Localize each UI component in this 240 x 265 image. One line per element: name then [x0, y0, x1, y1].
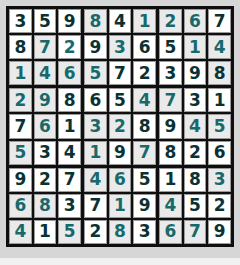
cell-r2c9[interactable]: 4	[208, 35, 231, 59]
cell-r3c6[interactable]: 2	[133, 61, 156, 85]
cell-r7c7[interactable]: 1	[159, 168, 182, 192]
cell-r4c7[interactable]: 7	[159, 88, 182, 112]
cell-r9c4[interactable]: 2	[84, 220, 107, 244]
cell-r6c6[interactable]: 7	[133, 141, 156, 165]
cell-r7c5[interactable]: 6	[109, 168, 132, 192]
cell-r2c2[interactable]: 7	[34, 35, 57, 59]
cell-r5c4[interactable]: 3	[84, 114, 107, 138]
cell-r4c2[interactable]: 9	[34, 88, 57, 112]
cell-r4c4[interactable]: 6	[84, 88, 107, 112]
cell-r3c3[interactable]: 6	[58, 61, 81, 85]
cell-r8c5[interactable]: 1	[109, 194, 132, 218]
cell-r2c1[interactable]: 8	[9, 35, 32, 59]
cell-r9c5[interactable]: 8	[109, 220, 132, 244]
sudoku-screenshot: 3598721468419365722675143982987615346543…	[0, 0, 240, 265]
box-8: 465719283	[84, 168, 156, 244]
cell-r7c4[interactable]: 4	[84, 168, 107, 192]
cell-r9c1[interactable]: 4	[9, 220, 32, 244]
cell-r1c3[interactable]: 9	[58, 9, 81, 33]
cell-r1c4[interactable]: 8	[84, 9, 107, 33]
box-4: 298761534	[9, 88, 81, 164]
cell-r2c3[interactable]: 2	[58, 35, 81, 59]
cell-r1c6[interactable]: 1	[133, 9, 156, 33]
cell-r3c5[interactable]: 7	[109, 61, 132, 85]
box-2: 841936572	[84, 9, 156, 85]
cell-r4c9[interactable]: 1	[208, 88, 231, 112]
cell-r4c6[interactable]: 4	[133, 88, 156, 112]
bottom-margin	[0, 258, 240, 265]
box-9: 183452679	[159, 168, 231, 244]
cell-r1c1[interactable]: 3	[9, 9, 32, 33]
cell-r1c5[interactable]: 4	[109, 9, 132, 33]
cell-r7c6[interactable]: 5	[133, 168, 156, 192]
cell-r9c8[interactable]: 7	[184, 220, 207, 244]
cell-r8c4[interactable]: 7	[84, 194, 107, 218]
cell-r5c5[interactable]: 2	[109, 114, 132, 138]
cell-r1c2[interactable]: 5	[34, 9, 57, 33]
cell-r8c1[interactable]: 6	[9, 194, 32, 218]
cell-r9c9[interactable]: 9	[208, 220, 231, 244]
cell-r8c7[interactable]: 4	[159, 194, 182, 218]
box-3: 267514398	[159, 9, 231, 85]
cell-r2c5[interactable]: 3	[109, 35, 132, 59]
cell-r5c1[interactable]: 7	[9, 114, 32, 138]
cell-r1c8[interactable]: 6	[184, 9, 207, 33]
cell-r8c2[interactable]: 8	[34, 194, 57, 218]
box-1: 359872146	[9, 9, 81, 85]
cell-r2c4[interactable]: 9	[84, 35, 107, 59]
box-5: 654328197	[84, 88, 156, 164]
cell-r6c3[interactable]: 4	[58, 141, 81, 165]
cell-r2c7[interactable]: 5	[159, 35, 182, 59]
cell-r2c8[interactable]: 1	[184, 35, 207, 59]
cell-r4c5[interactable]: 5	[109, 88, 132, 112]
cell-r5c8[interactable]: 4	[184, 114, 207, 138]
cell-r8c6[interactable]: 9	[133, 194, 156, 218]
cell-r8c8[interactable]: 5	[184, 194, 207, 218]
cell-r4c3[interactable]: 8	[58, 88, 81, 112]
cell-r6c5[interactable]: 9	[109, 141, 132, 165]
cell-r1c7[interactable]: 2	[159, 9, 182, 33]
cell-r6c8[interactable]: 2	[184, 141, 207, 165]
cell-r3c1[interactable]: 1	[9, 61, 32, 85]
cell-r5c3[interactable]: 1	[58, 114, 81, 138]
cell-r6c4[interactable]: 1	[84, 141, 107, 165]
cell-r7c9[interactable]: 3	[208, 168, 231, 192]
cell-r1c9[interactable]: 7	[208, 9, 231, 33]
cell-r7c8[interactable]: 8	[184, 168, 207, 192]
cell-r5c9[interactable]: 5	[208, 114, 231, 138]
cell-r9c2[interactable]: 1	[34, 220, 57, 244]
cell-r3c9[interactable]: 8	[208, 61, 231, 85]
cell-r7c3[interactable]: 7	[58, 168, 81, 192]
cell-r5c7[interactable]: 9	[159, 114, 182, 138]
cell-r4c1[interactable]: 2	[9, 88, 32, 112]
cell-r6c2[interactable]: 3	[34, 141, 57, 165]
box-7: 927683415	[9, 168, 81, 244]
sudoku-board: 3598721468419365722675143982987615346543…	[6, 6, 234, 247]
cell-r9c6[interactable]: 3	[133, 220, 156, 244]
cell-r3c2[interactable]: 4	[34, 61, 57, 85]
cell-r9c3[interactable]: 5	[58, 220, 81, 244]
cell-r3c7[interactable]: 3	[159, 61, 182, 85]
cell-r8c9[interactable]: 2	[208, 194, 231, 218]
cell-r6c1[interactable]: 5	[9, 141, 32, 165]
cell-r7c1[interactable]: 9	[9, 168, 32, 192]
cell-r7c2[interactable]: 2	[34, 168, 57, 192]
cell-r6c7[interactable]: 8	[159, 141, 182, 165]
cell-r9c7[interactable]: 6	[159, 220, 182, 244]
box-6: 731945826	[159, 88, 231, 164]
cell-r3c8[interactable]: 9	[184, 61, 207, 85]
cell-r5c6[interactable]: 8	[133, 114, 156, 138]
cell-r2c6[interactable]: 6	[133, 35, 156, 59]
cell-r8c3[interactable]: 3	[58, 194, 81, 218]
cell-r4c8[interactable]: 3	[184, 88, 207, 112]
cell-r6c9[interactable]: 6	[208, 141, 231, 165]
cell-r3c4[interactable]: 5	[84, 61, 107, 85]
cell-r5c2[interactable]: 6	[34, 114, 57, 138]
